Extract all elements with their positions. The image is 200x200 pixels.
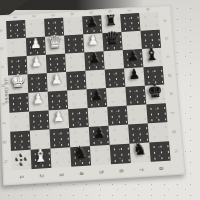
square-c6 xyxy=(103,50,124,69)
square-a4 xyxy=(63,16,83,35)
square-f3 xyxy=(49,109,70,129)
square-f5 xyxy=(88,107,109,127)
square-g4 xyxy=(69,127,90,147)
file-label-right-g: g xyxy=(171,130,176,133)
us-chess-four-knights-logo: ♞♞♞♞ xyxy=(13,152,28,167)
square-a6 xyxy=(101,14,121,33)
square-d1 xyxy=(8,74,28,94)
square-e7 xyxy=(125,86,146,106)
square-e2 xyxy=(28,92,48,112)
square-h1: ♞♞♞♞ xyxy=(11,150,32,171)
rank-label-bottom-3: 3 xyxy=(59,172,64,176)
square-c5 xyxy=(84,51,104,70)
rank-label-top-1: 1 xyxy=(13,16,18,19)
file-label-left-b: b xyxy=(0,47,4,50)
square-b8 xyxy=(141,30,162,49)
square-d5 xyxy=(85,70,106,90)
square-d6 xyxy=(105,68,126,88)
square-a5 xyxy=(82,15,102,34)
square-h6 xyxy=(110,144,131,165)
rank-label-bottom-8: 8 xyxy=(158,166,163,170)
square-d4 xyxy=(66,71,86,91)
rank-label-top-5: 5 xyxy=(88,11,93,14)
square-f4 xyxy=(68,108,89,128)
square-d8 xyxy=(143,66,164,86)
square-h4 xyxy=(70,146,91,167)
square-e1 xyxy=(9,93,29,113)
photo-scene: ♞♞♞♞♚♛♝♟♟♟♟♟♟♚♛♜♝♞♞♟♟♟♟♟♟ 11aa22bb33cc44… xyxy=(0,0,200,200)
square-c2 xyxy=(27,55,47,75)
square-a3 xyxy=(44,18,64,37)
rank-label-top-3: 3 xyxy=(50,14,55,17)
square-c4 xyxy=(65,52,85,71)
file-label-right-h: h xyxy=(173,149,178,152)
square-c1 xyxy=(7,56,27,76)
rank-label-top-8: 8 xyxy=(145,8,150,11)
square-b1 xyxy=(7,38,27,57)
square-g6 xyxy=(108,125,129,145)
board-grid: ♞♞♞♞♚♛♝♟♟♟♟♟♟♚♛♜♝♞♞♟♟♟♟♟♟ xyxy=(6,12,171,171)
square-d3 xyxy=(47,72,67,92)
square-c3 xyxy=(46,54,66,73)
square-f2 xyxy=(29,110,49,130)
file-label-left-f: f xyxy=(1,122,6,124)
square-a2 xyxy=(25,19,45,38)
square-b5 xyxy=(83,33,103,52)
file-label-right-c: c xyxy=(165,56,170,59)
square-b7 xyxy=(121,31,142,50)
square-g8 xyxy=(148,122,169,142)
file-label-right-a: a xyxy=(162,19,167,22)
file-label-right-d: d xyxy=(167,74,172,77)
square-g3 xyxy=(49,128,70,148)
square-h3 xyxy=(50,147,71,168)
square-h2 xyxy=(31,149,52,170)
rank-label-bottom-4: 4 xyxy=(79,171,84,175)
file-label-left-a: a xyxy=(0,29,4,32)
square-d2 xyxy=(27,73,47,93)
rank-label-bottom-5: 5 xyxy=(99,170,104,174)
file-label-left-g: g xyxy=(3,141,8,144)
square-a7 xyxy=(120,13,140,32)
square-f6 xyxy=(107,106,128,126)
square-f1 xyxy=(9,112,29,132)
square-b2 xyxy=(26,37,46,56)
chessboard: ♞♞♞♞♚♛♝♟♟♟♟♟♟♚♛♜♝♞♞♟♟♟♟♟♟ 11aa22bb33cc44… xyxy=(0,5,186,186)
square-b4 xyxy=(64,34,84,53)
square-b6 xyxy=(102,32,122,51)
file-label-right-e: e xyxy=(168,93,173,96)
rank-label-top-4: 4 xyxy=(69,12,74,15)
square-e3 xyxy=(48,90,68,110)
square-e4 xyxy=(67,89,88,109)
file-label-right-b: b xyxy=(164,37,169,40)
square-d7 xyxy=(124,67,145,87)
rank-label-bottom-7: 7 xyxy=(138,167,143,171)
square-e5 xyxy=(87,88,108,108)
square-g1 xyxy=(10,131,30,151)
rank-label-bottom-2: 2 xyxy=(39,174,44,178)
square-f7 xyxy=(127,104,148,124)
square-a8 xyxy=(139,12,160,31)
square-e8 xyxy=(145,85,166,105)
square-g7 xyxy=(128,123,149,143)
rank-label-bottom-6: 6 xyxy=(119,169,124,173)
square-h7 xyxy=(129,142,150,163)
square-b3 xyxy=(45,35,65,54)
rank-label-top-6: 6 xyxy=(107,10,112,13)
square-f8 xyxy=(146,103,167,123)
square-h5 xyxy=(90,145,111,166)
file-label-right-f: f xyxy=(169,112,174,114)
square-c8 xyxy=(142,48,163,67)
rank-label-bottom-1: 1 xyxy=(19,175,24,179)
rank-label-top-7: 7 xyxy=(126,9,131,12)
file-label-left-h: h xyxy=(3,160,8,163)
square-g5 xyxy=(89,126,110,146)
square-g2 xyxy=(30,129,51,149)
square-h8 xyxy=(149,141,170,162)
square-c7 xyxy=(123,49,144,68)
square-a1 xyxy=(6,20,26,39)
rank-label-top-2: 2 xyxy=(32,15,37,18)
square-e6 xyxy=(106,87,127,107)
